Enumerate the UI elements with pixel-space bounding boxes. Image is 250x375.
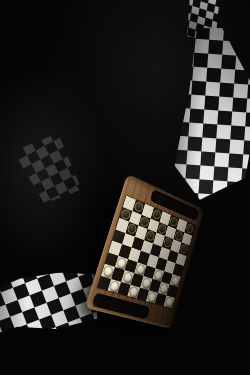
white-piece bbox=[164, 296, 174, 307]
photo-scene bbox=[0, 0, 250, 375]
ribbon-checker-fill bbox=[0, 269, 98, 334]
ribbon-bottom-wave bbox=[0, 269, 98, 334]
ribbon-faint-segment bbox=[13, 129, 86, 210]
ribbon-fan-segment bbox=[162, 21, 250, 207]
checkers-board bbox=[85, 174, 204, 329]
white-piece bbox=[171, 275, 180, 286]
square-h1 bbox=[164, 295, 175, 308]
